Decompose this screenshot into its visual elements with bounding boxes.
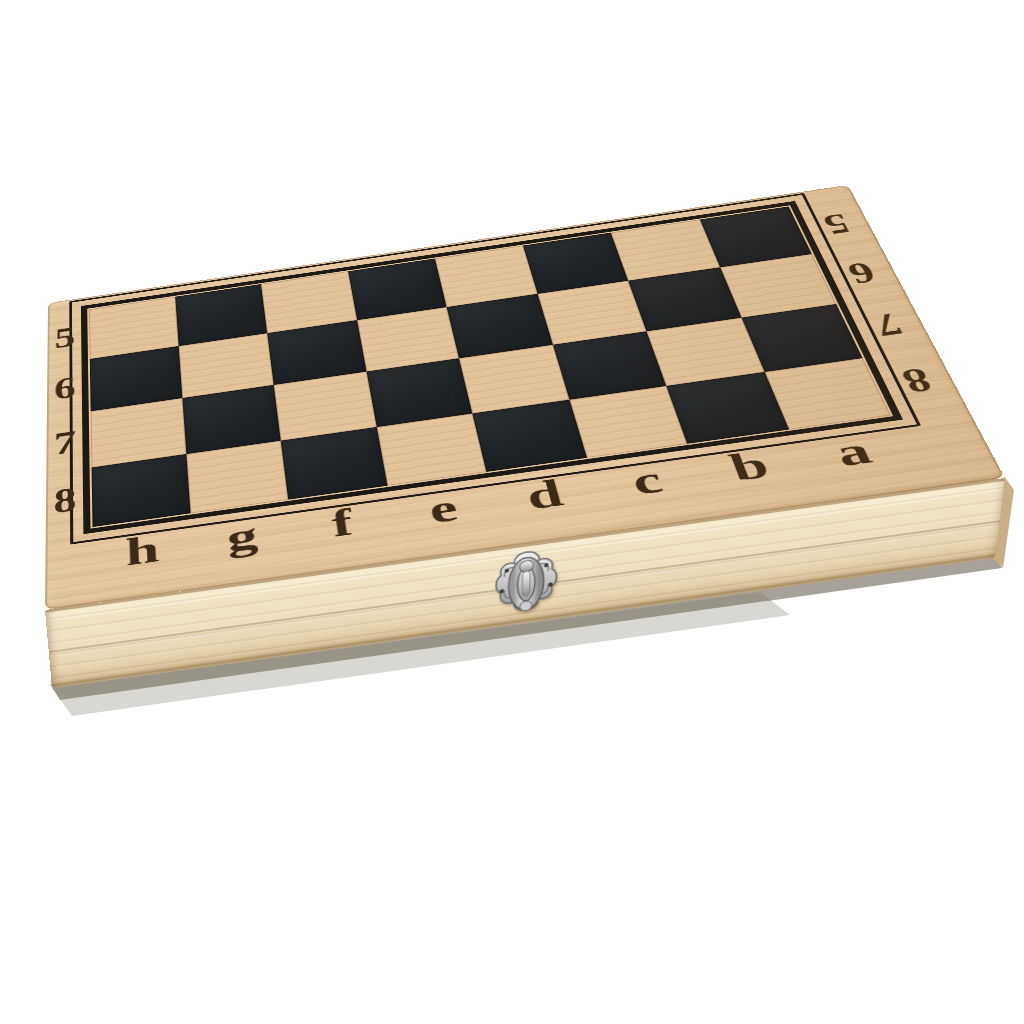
rank-label-left-7: 7: [47, 412, 82, 473]
clasp-latch-icon: [493, 543, 560, 624]
rank-label-left-6: 6: [48, 360, 82, 417]
rank-label-left-5: 5: [48, 311, 81, 365]
product-photo-chess-box: 5678 5678 hgfedcba: [0, 0, 1024, 1024]
rank-labels-left: 5678: [44, 310, 87, 534]
rank-label-left-8: 8: [47, 468, 83, 533]
